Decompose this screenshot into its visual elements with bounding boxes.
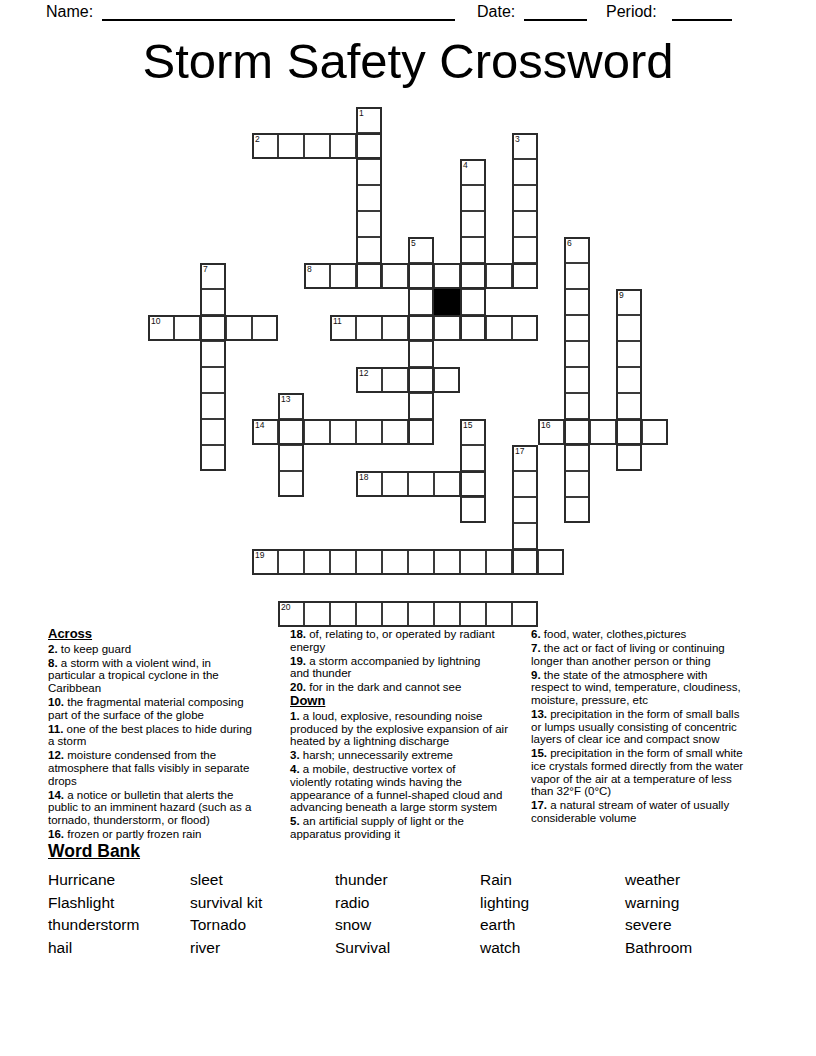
cell-r19c10[interactable]	[408, 601, 434, 627]
word-bank-grid: HurricanesleetthunderRainweatherFlashlig…	[48, 869, 735, 959]
clue-number-3: 3.	[290, 749, 300, 761]
period-label: Period:	[606, 3, 657, 21]
cell-r7c18[interactable]: 9	[616, 289, 642, 315]
cell-r15c16[interactable]	[564, 497, 590, 523]
cell-r7c10[interactable]	[408, 289, 434, 315]
word-bank-item-river: river	[190, 937, 335, 960]
cell-r0c8[interactable]: 1	[356, 107, 382, 133]
cell-r5c12[interactable]	[460, 237, 486, 263]
grid-number-5: 5	[411, 238, 416, 248]
cell-r6c13[interactable]	[486, 263, 512, 289]
cell-r12c4[interactable]: 14	[252, 419, 278, 445]
cell-r12c6[interactable]	[304, 419, 330, 445]
clue-20: 20. for in the dark and cannot see	[290, 681, 548, 694]
clue-15: 15. precipitation in the form of small w…	[531, 747, 793, 797]
word-bank: Word Bank HurricanesleetthunderRainweath…	[48, 841, 735, 959]
clue-text-2: to keep guard	[58, 643, 132, 655]
grid-number-4: 4	[463, 160, 468, 170]
word-bank-item-tornado: Tornado	[190, 914, 335, 937]
clue-number-18: 18.	[290, 628, 306, 640]
down-header: Down	[290, 695, 548, 708]
cell-r11c10[interactable]	[408, 393, 434, 419]
cell-r14c5[interactable]	[278, 471, 304, 497]
cell-r14c14[interactable]	[512, 471, 538, 497]
cell-r15c12[interactable]	[460, 497, 486, 523]
clue-text-3: harsh; unnecessarily extreme	[300, 749, 453, 761]
cell-r1c7[interactable]	[330, 133, 356, 159]
word-bank-item-survival-kit: survival kit	[190, 892, 335, 915]
cell-r19c14[interactable]	[512, 601, 538, 627]
cell-r8c1[interactable]	[174, 315, 200, 341]
cell-r8c13[interactable]	[486, 315, 512, 341]
cell-r8c4[interactable]	[252, 315, 278, 341]
clue-number-10: 10.	[48, 696, 64, 708]
clue-5: 5. an artificial supply of light or the …	[290, 815, 548, 840]
clue-text-14: a notice or bulletin that alerts the pub…	[48, 789, 251, 826]
across-header: Across	[48, 628, 298, 641]
cell-r6c2[interactable]: 7	[200, 263, 226, 289]
cell-r17c7[interactable]	[330, 549, 356, 575]
cell-r6c14[interactable]	[512, 263, 538, 289]
cell-r12c5[interactable]	[278, 419, 304, 445]
cell-r10c9[interactable]	[382, 367, 408, 393]
clue-text-6: food, water, clothes,pictures	[541, 628, 687, 640]
cell-r19c13[interactable]	[486, 601, 512, 627]
cell-r6c11[interactable]	[434, 263, 460, 289]
clue-text-19: a storm accompanied by lightning and thu…	[290, 655, 481, 680]
clue-3: 3. harsh; unnecessarily extreme	[290, 749, 548, 762]
word-bank-item-snow: snow	[335, 914, 480, 937]
grid-number-18: 18	[359, 472, 368, 482]
cell-r12c16[interactable]	[564, 419, 590, 445]
grid-number-10: 10	[151, 316, 160, 326]
grid-number-17: 17	[515, 446, 524, 456]
cell-r17c6[interactable]	[304, 549, 330, 575]
word-bank-item-survival: Survival	[335, 937, 480, 960]
word-bank-item-bathroom: Bathroom	[625, 937, 735, 960]
cell-r4c14[interactable]	[512, 211, 538, 237]
cell-r9c2[interactable]	[200, 341, 226, 367]
clues-column-right: 6. food, water, clothes,pictures7. the a…	[531, 628, 793, 826]
cell-r1c4[interactable]: 2	[252, 133, 278, 159]
clue-18: 18. of, relating to, or operated by radi…	[290, 628, 548, 653]
word-bank-item-hail: hail	[48, 937, 190, 960]
cell-r6c6[interactable]: 8	[304, 263, 330, 289]
cell-r8c7[interactable]: 11	[330, 315, 356, 341]
cell-r12c19[interactable]	[642, 419, 668, 445]
cell-r17c4[interactable]: 19	[252, 549, 278, 575]
cell-r10c16[interactable]	[564, 367, 590, 393]
cell-r12c17[interactable]	[590, 419, 616, 445]
cell-r7c12[interactable]	[460, 289, 486, 315]
cell-r17c12[interactable]	[460, 549, 486, 575]
date-label: Date:	[477, 3, 515, 21]
cell-r12c18[interactable]	[616, 419, 642, 445]
black-cell	[434, 289, 460, 315]
cell-r1c6[interactable]	[304, 133, 330, 159]
cell-r12c15[interactable]: 16	[538, 419, 564, 445]
cell-r19c5[interactable]: 20	[278, 601, 304, 627]
cell-r10c11[interactable]	[434, 367, 460, 393]
cell-r12c9[interactable]	[382, 419, 408, 445]
clue-8: 8. a storm with a violent wind, in parti…	[48, 657, 298, 695]
clue-16: 16. frozen or partly frozen rain	[48, 828, 298, 841]
cell-r10c2[interactable]	[200, 367, 226, 393]
page-title: Storm Safety Crossword	[0, 36, 816, 87]
cell-r8c16[interactable]	[564, 315, 590, 341]
period-blank-line[interactable]	[672, 2, 732, 21]
grid-number-1: 1	[359, 108, 364, 118]
cell-r6c7[interactable]	[330, 263, 356, 289]
clue-text-12: moisture condensed from the atmosphere t…	[48, 749, 249, 786]
cell-r6c8[interactable]	[356, 263, 382, 289]
cell-r1c8[interactable]	[356, 133, 382, 159]
cell-r11c16[interactable]	[564, 393, 590, 419]
cell-r12c12[interactable]: 15	[460, 419, 486, 445]
cell-r14c16[interactable]	[564, 471, 590, 497]
grid-number-11: 11	[333, 316, 342, 326]
cell-r19c9[interactable]	[382, 601, 408, 627]
cell-r10c10[interactable]	[408, 367, 434, 393]
cell-r13c12[interactable]	[460, 445, 486, 471]
cell-r5c14[interactable]	[512, 237, 538, 263]
cell-r6c12[interactable]	[460, 263, 486, 289]
cell-r14c11[interactable]	[434, 471, 460, 497]
grid-number-16: 16	[541, 420, 550, 430]
name-blank-line[interactable]	[102, 2, 455, 21]
grid-number-15: 15	[463, 420, 472, 430]
cell-r13c5[interactable]	[278, 445, 304, 471]
cell-r2c8[interactable]	[356, 159, 382, 185]
word-bank-item-weather: weather	[625, 869, 735, 892]
cell-r1c5[interactable]	[278, 133, 304, 159]
clue-11: 11. one of the best places to hide durin…	[48, 723, 298, 748]
word-bank-item-thunderstorm: thunderstorm	[48, 914, 190, 937]
cell-r8c2[interactable]	[200, 315, 226, 341]
clue-text-17: a natural stream of water of usually con…	[531, 799, 729, 824]
cell-r8c0[interactable]: 10	[148, 315, 174, 341]
cell-r8c12[interactable]	[460, 315, 486, 341]
clue-text-10: the fragmental material composing part o…	[48, 696, 244, 721]
clue-number-12: 12.	[48, 749, 64, 761]
clue-text-13: precipitation in the form of small balls…	[531, 708, 739, 745]
cell-r8c10[interactable]	[408, 315, 434, 341]
cell-r15c14[interactable]	[512, 497, 538, 523]
clue-number-17: 17.	[531, 799, 547, 811]
cell-r13c18[interactable]	[616, 445, 642, 471]
cell-r12c2[interactable]	[200, 419, 226, 445]
word-bank-item-lighting: lighting	[480, 892, 625, 915]
clue-1: 1. a loud, explosive, resounding noise p…	[290, 710, 548, 748]
cell-r8c3[interactable]	[226, 315, 252, 341]
cell-r1c14[interactable]: 3	[512, 133, 538, 159]
cell-r17c9[interactable]	[382, 549, 408, 575]
cell-r9c16[interactable]	[564, 341, 590, 367]
grid-number-20: 20	[281, 602, 290, 612]
cell-r12c10[interactable]	[408, 419, 434, 445]
grid-number-9: 9	[619, 290, 624, 300]
cell-r12c8[interactable]	[356, 419, 382, 445]
clue-text-5: an artificial supply of light or the app…	[290, 815, 464, 840]
clue-number-19: 19.	[290, 655, 306, 667]
cell-r3c8[interactable]	[356, 185, 382, 211]
cell-r7c16[interactable]	[564, 289, 590, 315]
cell-r4c8[interactable]	[356, 211, 382, 237]
cell-r17c11[interactable]	[434, 549, 460, 575]
clue-text-8: a storm with a violent wind, in particul…	[48, 657, 219, 694]
cell-r3c14[interactable]	[512, 185, 538, 211]
cell-r17c15[interactable]	[538, 549, 564, 575]
clue-4: 4. a mobile, destructive vortex of viole…	[290, 763, 548, 813]
cell-r5c16[interactable]: 6	[564, 237, 590, 263]
clue-text-15: precipitation in the form of small white…	[531, 747, 743, 797]
cell-r4c12[interactable]	[460, 211, 486, 237]
cell-r6c9[interactable]	[382, 263, 408, 289]
grid-number-8: 8	[307, 264, 312, 274]
cell-r2c12[interactable]: 4	[460, 159, 486, 185]
clue-text-7: the act or fact of living or continuing …	[531, 642, 725, 667]
word-bank-item-rain: Rain	[480, 869, 625, 892]
clue-number-5: 5.	[290, 815, 300, 827]
cell-r8c9[interactable]	[382, 315, 408, 341]
clue-14: 14. a notice or bulletin that alerts the…	[48, 789, 298, 827]
cell-r14c9[interactable]	[382, 471, 408, 497]
cell-r8c14[interactable]	[512, 315, 538, 341]
grid-number-12: 12	[359, 368, 368, 378]
cell-r13c16[interactable]	[564, 445, 590, 471]
cell-r11c18[interactable]	[616, 393, 642, 419]
cell-r9c10[interactable]	[408, 341, 434, 367]
cell-r6c10[interactable]	[408, 263, 434, 289]
cell-r17c8[interactable]	[356, 549, 382, 575]
cell-r12c7[interactable]	[330, 419, 356, 445]
clue-number-11: 11.	[48, 723, 63, 735]
clue-12: 12. moisture condensed from the atmosphe…	[48, 749, 298, 787]
grid-number-19: 19	[255, 550, 264, 560]
word-bank-item-severe: severe	[625, 914, 735, 937]
word-bank-item-sleet: sleet	[190, 869, 335, 892]
cell-r5c10[interactable]: 5	[408, 237, 434, 263]
word-bank-header: Word Bank	[48, 841, 735, 862]
clues-column-middle: 18. of, relating to, or operated by radi…	[290, 628, 548, 842]
clue-7: 7. the act or fact of living or continui…	[531, 642, 793, 667]
cell-r10c8[interactable]: 12	[356, 367, 382, 393]
grid-number-13: 13	[281, 394, 290, 404]
cell-r19c8[interactable]	[356, 601, 382, 627]
crossword-grid: 1234567891011121314151617181920	[148, 107, 668, 627]
cell-r16c14[interactable]	[512, 523, 538, 549]
word-bank-item-flashlight: Flashlight	[48, 892, 190, 915]
clue-10: 10. the fragmental material composing pa…	[48, 696, 298, 721]
cell-r11c2[interactable]	[200, 393, 226, 419]
clue-number-9: 9.	[531, 669, 541, 681]
word-bank-item-radio: radio	[335, 892, 480, 915]
clues-column-left: Across2. to keep guard8. a storm with a …	[48, 628, 298, 842]
clue-text-4: a mobile, destructive vortex of violentl…	[290, 763, 502, 813]
cell-r14c12[interactable]	[460, 471, 486, 497]
cell-r11c5[interactable]: 13	[278, 393, 304, 419]
worksheet-page: Name: Date: Period: Storm Safety Crosswo…	[0, 0, 816, 1056]
clue-6: 6. food, water, clothes,pictures	[531, 628, 793, 641]
word-bank-item-thunder: thunder	[335, 869, 480, 892]
grid-number-6: 6	[567, 238, 572, 248]
cell-r14c8[interactable]: 18	[356, 471, 382, 497]
cell-r3c12[interactable]	[460, 185, 486, 211]
clue-text-16: frozen or partly frozen rain	[64, 828, 201, 840]
cell-r8c8[interactable]	[356, 315, 382, 341]
clue-13: 13. precipitation in the form of small b…	[531, 708, 793, 746]
cell-r5c8[interactable]	[356, 237, 382, 263]
cell-r17c13[interactable]	[486, 549, 512, 575]
clue-number-13: 13.	[531, 708, 547, 720]
cell-r9c18[interactable]	[616, 341, 642, 367]
clue-17: 17. a natural stream of water of usually…	[531, 799, 793, 824]
clue-text-11: one of the best places to hide during a …	[48, 723, 252, 748]
cell-r17c14[interactable]	[512, 549, 538, 575]
cell-r19c6[interactable]	[304, 601, 330, 627]
grid-number-7: 7	[203, 264, 208, 274]
clue-text-18: of, relating to, or operated by radiant …	[290, 628, 495, 653]
clue-19: 19. a storm accompanied by lightning and…	[290, 655, 548, 680]
cell-r6c16[interactable]	[564, 263, 590, 289]
cell-r14c10[interactable]	[408, 471, 434, 497]
cell-r8c11[interactable]	[434, 315, 460, 341]
clue-number-8: 8.	[48, 657, 58, 669]
word-bank-item-watch: watch	[480, 937, 625, 960]
clue-9: 9. the state of the atmosphere with resp…	[531, 669, 793, 707]
clue-number-15: 15.	[531, 747, 547, 759]
grid-number-14: 14	[255, 420, 264, 430]
clue-number-14: 14.	[48, 789, 64, 801]
grid-number-3: 3	[515, 134, 520, 144]
grid-number-2: 2	[255, 134, 260, 144]
date-blank-line[interactable]	[524, 2, 587, 21]
word-bank-item-warning: warning	[625, 892, 735, 915]
cell-r13c2[interactable]	[200, 445, 226, 471]
word-bank-item-hurricane: Hurricane	[48, 869, 190, 892]
cell-r17c10[interactable]	[408, 549, 434, 575]
clue-text-9: the state of the atmosphere with respect…	[531, 669, 741, 706]
clue-2: 2. to keep guard	[48, 643, 298, 656]
cell-r19c12[interactable]	[460, 601, 486, 627]
cell-r17c5[interactable]	[278, 549, 304, 575]
cell-r19c11[interactable]	[434, 601, 460, 627]
clue-number-2: 2.	[48, 643, 58, 655]
cell-r2c14[interactable]	[512, 159, 538, 185]
clue-number-1: 1.	[290, 710, 300, 722]
cell-r19c7[interactable]	[330, 601, 356, 627]
clue-text-20: for in the dark and cannot see	[306, 681, 461, 693]
word-bank-item-earth: earth	[480, 914, 625, 937]
cell-r7c2[interactable]	[200, 289, 226, 315]
clue-number-20: 20.	[290, 681, 306, 693]
name-label: Name:	[46, 3, 93, 21]
cell-r10c18[interactable]	[616, 367, 642, 393]
clue-number-4: 4.	[290, 763, 300, 775]
cell-r13c14[interactable]: 17	[512, 445, 538, 471]
clue-number-16: 16.	[48, 828, 64, 840]
clue-text-1: a loud, explosive, resounding noise prod…	[290, 710, 508, 747]
clue-number-7: 7.	[531, 642, 541, 654]
cell-r8c18[interactable]	[616, 315, 642, 341]
clue-number-6: 6.	[531, 628, 541, 640]
